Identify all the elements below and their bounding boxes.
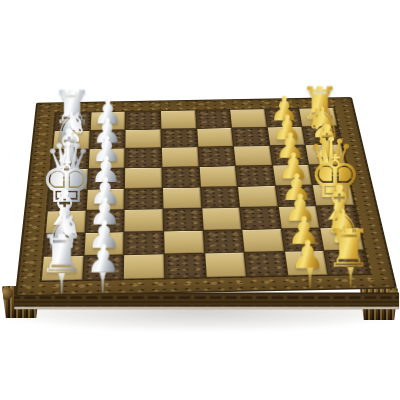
square[interactable] (163, 208, 202, 230)
piece-white-rook[interactable]: ♜ (39, 231, 86, 278)
square[interactable] (242, 229, 283, 252)
square[interactable] (161, 111, 196, 129)
square[interactable] (197, 128, 233, 147)
square[interactable] (125, 209, 163, 231)
square[interactable] (203, 230, 243, 253)
board-grid: ♜♟♟♜♞♟♟♞♝♟♟♝♛♟♟♛♚♟♟♚♝♟♟♝♞♟♟♞♜♟♟♜ (42, 108, 369, 281)
piece-black-pawn[interactable]: ♟ (290, 237, 325, 272)
product-photo-stage: ♜♟♟♜♞♟♟♞♝♟♟♝♛♟♟♛♚♟♟♚♝♟♟♝♞♟♟♞♜♟♟♜ (0, 0, 400, 400)
square[interactable] (201, 187, 240, 208)
square[interactable] (125, 168, 162, 189)
square[interactable] (162, 167, 199, 187)
square[interactable] (234, 146, 272, 166)
perspective-scene: ♜♟♟♜♞♟♟♞♝♟♟♝♛♟♟♛♚♟♟♚♝♟♟♝♞♟♟♞♜♟♟♜ (0, 0, 400, 400)
square[interactable] (236, 166, 275, 186)
square[interactable] (205, 253, 246, 277)
square[interactable] (199, 166, 237, 186)
square[interactable] (164, 231, 204, 254)
square[interactable] (124, 255, 164, 279)
chessboard: ♜♟♟♜♞♟♟♞♝♟♟♝♛♟♟♛♚♟♟♚♝♟♟♝♞♟♟♞♜♟♟♜ (15, 97, 397, 296)
square[interactable] (165, 254, 206, 278)
square[interactable] (126, 111, 161, 129)
square[interactable] (245, 252, 287, 276)
square[interactable] (163, 187, 201, 208)
square[interactable]: ♟ (83, 255, 123, 279)
square[interactable]: ♜ (325, 250, 369, 274)
square[interactable] (230, 109, 266, 127)
square[interactable] (198, 147, 235, 167)
square[interactable] (125, 148, 161, 168)
square[interactable]: ♟ (285, 251, 328, 275)
square[interactable]: ♜ (42, 256, 83, 280)
square[interactable] (126, 129, 161, 148)
square[interactable] (240, 207, 280, 229)
piece-black-rook[interactable]: ♜ (325, 225, 372, 272)
square[interactable] (125, 188, 162, 209)
piece-white-pawn[interactable]: ♟ (86, 241, 121, 276)
square[interactable] (202, 208, 242, 230)
square[interactable] (232, 127, 269, 146)
square[interactable] (196, 110, 232, 128)
square[interactable] (161, 129, 197, 148)
square[interactable] (124, 231, 163, 254)
square[interactable] (238, 186, 277, 207)
square[interactable] (162, 147, 198, 167)
